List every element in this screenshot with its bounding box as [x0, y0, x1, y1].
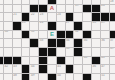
black-cell — [30, 39, 38, 47]
clue-number: 36 — [101, 39, 105, 42]
black-cell — [39, 48, 47, 56]
black-cell — [0, 57, 3, 65]
grid-cell[interactable]: A — [48, 5, 56, 13]
black-cell — [48, 0, 56, 4]
clue-number: 23 — [40, 13, 44, 16]
clue-number: 40 — [84, 57, 88, 60]
grid-cell[interactable] — [74, 65, 82, 73]
black-cell — [48, 39, 56, 47]
grid-cell[interactable] — [66, 0, 74, 4]
grid-cell[interactable] — [0, 31, 3, 39]
grid-cell[interactable] — [92, 48, 100, 56]
black-cell — [66, 13, 74, 21]
grid-cell[interactable] — [57, 22, 65, 30]
grid-cell[interactable]: 22 — [30, 13, 38, 21]
grid-cell[interactable] — [48, 65, 56, 73]
grid-cell[interactable] — [4, 0, 12, 4]
clue-number: 31 — [31, 31, 35, 34]
grid-cell[interactable]: 46 — [92, 65, 100, 73]
grid-cell[interactable] — [30, 22, 38, 30]
black-cell — [74, 22, 82, 30]
grid-cell[interactable] — [66, 57, 74, 65]
grid-cell[interactable] — [39, 0, 47, 4]
grid-cell[interactable] — [0, 39, 3, 47]
clue-number: 29 — [101, 22, 105, 25]
grid-cell[interactable]: 18 — [110, 0, 115, 4]
entry-letter: A — [48, 5, 56, 12]
grid-cell[interactable] — [22, 57, 30, 65]
grid-cell[interactable] — [110, 57, 115, 65]
grid-cell[interactable] — [4, 48, 12, 56]
black-cell — [83, 5, 91, 13]
clue-number: 37 — [110, 39, 114, 42]
grid-cell[interactable] — [101, 0, 109, 4]
grid-cell[interactable] — [13, 48, 21, 56]
clue-number: 41 — [101, 57, 105, 60]
clue-number: 47 — [101, 65, 105, 68]
black-cell — [74, 48, 82, 56]
grid-cell[interactable] — [13, 39, 21, 47]
grid-cell[interactable] — [13, 5, 21, 13]
grid-cell[interactable] — [110, 74, 115, 80]
black-cell — [13, 57, 21, 65]
grid-cell[interactable] — [22, 0, 30, 4]
grid-cell[interactable] — [110, 65, 115, 73]
grid-cell[interactable] — [0, 13, 3, 21]
grid-cell[interactable]: 23 — [39, 13, 47, 21]
black-cell — [101, 13, 109, 21]
grid-cell[interactable]: 49 — [30, 74, 38, 80]
grid-cell[interactable] — [30, 57, 38, 65]
grid-cell[interactable]: 21 — [13, 13, 21, 21]
black-cell — [39, 5, 47, 13]
black-cell — [22, 74, 30, 80]
grid-cell[interactable] — [0, 65, 3, 73]
grid-cell[interactable]: 19 — [74, 5, 82, 13]
black-cell — [83, 31, 91, 39]
grid-cell[interactable] — [83, 13, 91, 21]
grid-cell[interactable]: 31 — [30, 31, 38, 39]
grid-cell[interactable] — [57, 48, 65, 56]
grid-cell[interactable] — [110, 22, 115, 30]
grid-cell[interactable] — [48, 13, 56, 21]
grid-cell[interactable] — [92, 0, 100, 4]
grid-cell[interactable] — [66, 5, 74, 13]
grid-cell[interactable] — [57, 5, 65, 13]
clue-number: 24 — [57, 13, 61, 16]
black-cell — [48, 74, 56, 80]
clue-number: 34 — [66, 39, 70, 42]
clue-number: 42 — [5, 65, 9, 68]
grid-cell[interactable] — [83, 48, 91, 56]
clue-number: 39 — [110, 48, 114, 51]
grid-cell[interactable] — [57, 0, 65, 4]
clue-number: 45 — [57, 65, 61, 68]
grid-cell[interactable] — [48, 57, 56, 65]
grid-cell[interactable] — [39, 31, 47, 39]
black-cell — [92, 13, 100, 21]
black-cell — [57, 39, 65, 47]
grid-cell[interactable] — [92, 31, 100, 39]
clue-number: 26 — [40, 22, 44, 25]
grid-cell[interactable] — [74, 74, 82, 80]
grid-cell[interactable] — [39, 74, 47, 80]
grid-cell[interactable] — [101, 31, 109, 39]
black-cell — [92, 57, 100, 65]
black-cell — [4, 57, 12, 65]
grid-cell[interactable]: 51 — [101, 74, 109, 80]
black-cell — [83, 74, 91, 80]
grid-cell[interactable]: 28 — [92, 22, 100, 30]
grid-cell[interactable]: 50 — [57, 74, 65, 80]
grid-cell[interactable] — [83, 65, 91, 73]
black-cell — [39, 65, 47, 73]
clue-number: 27 — [66, 22, 70, 25]
clue-number: 51 — [101, 74, 105, 77]
clue-number: 25 — [22, 22, 26, 25]
grid-cell[interactable] — [92, 74, 100, 80]
grid-cell[interactable] — [83, 22, 91, 30]
grid-cell[interactable] — [83, 0, 91, 4]
grid-cell[interactable] — [0, 0, 3, 4]
grid-cell[interactable] — [30, 0, 38, 4]
grid-cell[interactable] — [0, 74, 3, 80]
clue-number: 43 — [13, 65, 17, 68]
grid-cell[interactable] — [4, 39, 12, 47]
clue-number: 32 — [75, 31, 79, 34]
grid-cell[interactable]: 45 — [57, 65, 65, 73]
entry-letter: E — [48, 31, 56, 38]
grid-cell[interactable] — [66, 74, 74, 80]
grid-cell[interactable] — [92, 39, 100, 47]
black-cell — [22, 13, 30, 21]
grid-cell[interactable] — [110, 5, 115, 13]
black-cell — [110, 31, 115, 39]
grid-cell[interactable]: 34 — [66, 39, 74, 47]
black-cell — [74, 39, 82, 47]
grid-cell[interactable] — [22, 48, 30, 56]
black-cell — [13, 22, 21, 30]
clue-number: 44 — [31, 65, 35, 68]
clue-number: 28 — [92, 22, 96, 25]
grid-cell[interactable]: 26 — [39, 22, 47, 30]
grid-cell[interactable]: 30 — [4, 31, 12, 39]
clue-number: 49 — [31, 74, 35, 77]
grid-cell[interactable] — [13, 31, 21, 39]
black-cell — [66, 65, 74, 73]
crossword-grid: 18A19202122232425262728293031E3233343536… — [0, 0, 115, 80]
grid-cell[interactable] — [0, 5, 3, 13]
grid-cell[interactable]: E — [48, 31, 56, 39]
grid-cell[interactable] — [74, 0, 82, 4]
grid-cell[interactable]: 37 — [110, 39, 115, 47]
clue-number: 18 — [110, 0, 114, 3]
black-cell — [66, 31, 74, 39]
clue-number: 22 — [31, 13, 35, 16]
clue-number: 35 — [84, 39, 88, 42]
grid-cell[interactable]: 27 — [66, 22, 74, 30]
grid-cell[interactable] — [4, 13, 12, 21]
clue-number: 21 — [13, 13, 17, 16]
grid-cell[interactable]: 40 — [83, 57, 91, 65]
clue-number: 48 — [13, 74, 17, 77]
clue-number: 33 — [40, 39, 44, 42]
clue-number: 38 — [66, 48, 70, 51]
grid-cell[interactable]: 48 — [13, 74, 21, 80]
grid-cell[interactable]: 33 — [39, 39, 47, 47]
grid-cell[interactable] — [74, 13, 82, 21]
black-cell — [57, 57, 65, 65]
grid-cell[interactable]: 36 — [101, 39, 109, 47]
grid-cell[interactable]: 42 — [4, 65, 12, 73]
black-cell — [39, 57, 47, 65]
grid-cell[interactable]: 35 — [83, 39, 91, 47]
black-cell — [57, 31, 65, 39]
grid-cell[interactable] — [4, 5, 12, 13]
black-cell — [92, 5, 100, 13]
black-cell — [48, 48, 56, 56]
grid-cell[interactable] — [0, 48, 3, 56]
black-cell — [22, 31, 30, 39]
clue-number: 46 — [92, 65, 96, 68]
grid-cell[interactable]: 41 — [101, 57, 109, 65]
black-cell — [110, 13, 115, 21]
clue-number: 50 — [57, 74, 61, 77]
grid-cell[interactable]: 39 — [110, 48, 115, 56]
grid-cell[interactable]: 32 — [74, 31, 82, 39]
grid-cell[interactable] — [4, 74, 12, 80]
clue-number: 30 — [5, 31, 9, 34]
grid-cell[interactable]: 47 — [101, 65, 109, 73]
grid-cell[interactable] — [30, 48, 38, 56]
grid-cell[interactable]: 38 — [66, 48, 74, 56]
grid-cell[interactable] — [13, 0, 21, 4]
clue-number: 19 — [75, 5, 79, 8]
grid-cell[interactable] — [22, 39, 30, 47]
black-cell — [30, 5, 38, 13]
clue-number: 20 — [101, 5, 105, 8]
black-cell — [22, 65, 30, 73]
grid-cell[interactable]: 20 — [101, 5, 109, 13]
grid-cell[interactable] — [101, 48, 109, 56]
grid-cell[interactable]: 24 — [57, 13, 65, 21]
grid-cell[interactable] — [22, 5, 30, 13]
grid-cell[interactable]: 43 — [13, 65, 21, 73]
grid-cell[interactable]: 29 — [101, 22, 109, 30]
grid-cell[interactable] — [4, 22, 12, 30]
grid-cell[interactable]: 44 — [30, 65, 38, 73]
grid-cell[interactable] — [74, 57, 82, 65]
black-cell — [48, 22, 56, 30]
grid-cell[interactable]: 25 — [22, 22, 30, 30]
grid-cell[interactable] — [0, 22, 3, 30]
